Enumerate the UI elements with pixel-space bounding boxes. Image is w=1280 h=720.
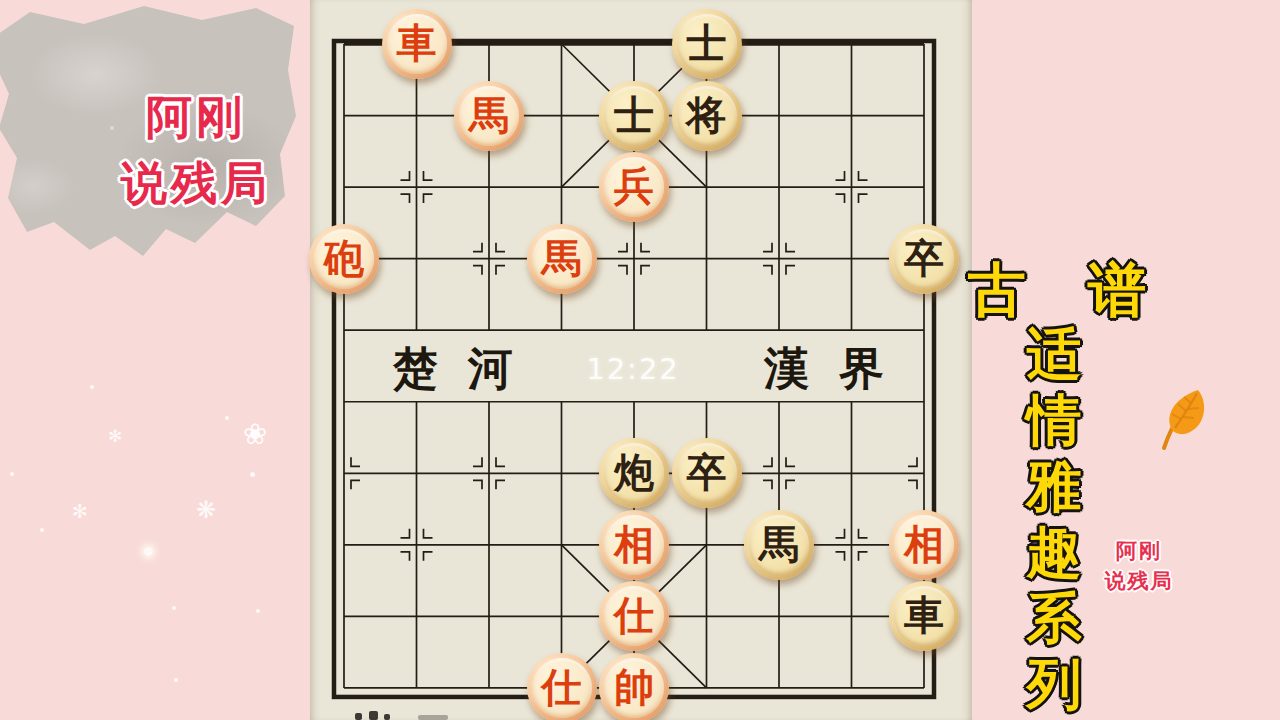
series-title-vchar: 情 <box>1027 388 1082 453</box>
watermark-line1: 阿刚 <box>1096 536 1182 566</box>
series-title-vchar: 适 <box>1027 322 1082 387</box>
piece-black-馬-f6r7[interactable]: 馬 <box>744 510 814 580</box>
piece-glyph: 馬 <box>527 224 597 294</box>
series-title-vchar: 系 <box>1027 586 1082 651</box>
piece-glyph: 仕 <box>599 581 669 651</box>
piece-red-仕-f4r8[interactable]: 仕 <box>599 581 669 651</box>
piece-glyph: 馬 <box>744 510 814 580</box>
snowflake-icon: ❋ <box>196 496 216 524</box>
piece-glyph: 兵 <box>599 152 669 222</box>
cutoff-caption-mark <box>384 714 390 720</box>
cutoff-caption-mark <box>369 711 378 720</box>
sparkle-dot <box>40 528 44 532</box>
piece-red-兵-f4r2[interactable]: 兵 <box>599 152 669 222</box>
channel-badge-line1: 阿刚 <box>28 84 364 150</box>
series-title-vchar: 雅 <box>1027 454 1082 519</box>
piece-black-士-f5r0[interactable]: 士 <box>672 9 742 79</box>
piece-red-馬-f3r3[interactable]: 馬 <box>527 224 597 294</box>
piece-glyph: 車 <box>889 581 959 651</box>
piece-glyph: 卒 <box>672 438 742 508</box>
piece-glyph: 士 <box>599 81 669 151</box>
snowflake-icon: ✻ <box>72 500 88 523</box>
piece-glyph: 相 <box>889 510 959 580</box>
series-title-char-gu: 古 <box>968 258 1026 322</box>
sparkle-dot <box>250 472 255 477</box>
series-title-vchar: 列 <box>1027 652 1082 717</box>
flower-sparkle-icon: ❀ <box>243 417 267 451</box>
piece-red-相-f4r7[interactable]: 相 <box>599 510 669 580</box>
series-title-vertical: 适 情 雅 趣 系 列 <box>1021 322 1087 717</box>
piece-glyph: 炮 <box>599 438 669 508</box>
cutoff-caption-mark <box>355 713 362 720</box>
series-title-char-pu: 谱 <box>1088 258 1146 322</box>
sparkle-dot <box>10 472 14 476</box>
piece-black-車-f8r8[interactable]: 車 <box>889 581 959 651</box>
sparkle-dot <box>90 385 94 389</box>
channel-badge-text: 阿刚 说残局 <box>28 84 364 216</box>
piece-glyph: 仕 <box>527 653 597 720</box>
piece-glyph: 車 <box>382 9 452 79</box>
sparkle-dot <box>256 609 260 613</box>
piece-black-将-f5r1[interactable]: 将 <box>672 81 742 151</box>
sparkle-dot <box>172 606 176 610</box>
piece-glyph: 士 <box>672 9 742 79</box>
piece-glyph: 砲 <box>309 224 379 294</box>
series-title-vchar: 趣 <box>1027 520 1082 585</box>
piece-black-士-f4r1[interactable]: 士 <box>599 81 669 151</box>
river-label-han-jie: 漢界 <box>764 344 914 394</box>
piece-black-卒-f5r6[interactable]: 卒 <box>672 438 742 508</box>
piece-red-砲-f0r3[interactable]: 砲 <box>309 224 379 294</box>
autumn-leaf-icon <box>1150 386 1216 456</box>
sparkle-dot <box>225 416 229 420</box>
piece-glyph: 相 <box>599 510 669 580</box>
sparkle-dot <box>174 678 178 682</box>
piece-red-車-f1r0[interactable]: 車 <box>382 9 452 79</box>
piece-black-卒-f8r3[interactable]: 卒 <box>889 224 959 294</box>
piece-glyph: 帥 <box>599 653 669 720</box>
piece-glyph: 将 <box>672 81 742 151</box>
channel-badge-line2: 说残局 <box>28 150 364 216</box>
piece-red-相-f8r7[interactable]: 相 <box>889 510 959 580</box>
screenshot-stage: 楚河 漢界 12:22 車士馬士将兵砲馬卒炮卒相馬相仕車仕帥 阿刚 说残局 古 … <box>0 0 1280 720</box>
watermark-text: 阿刚 说残局 <box>1096 536 1182 596</box>
piece-red-帥-f4r9[interactable]: 帥 <box>599 653 669 720</box>
cutoff-caption-mark <box>418 715 448 720</box>
watermark-line2: 说残局 <box>1096 566 1182 596</box>
river-label-chu-he: 楚河 <box>393 344 543 394</box>
piece-glyph: 卒 <box>889 224 959 294</box>
piece-red-馬-f2r1[interactable]: 馬 <box>454 81 524 151</box>
sparkle-dot <box>144 547 153 556</box>
piece-red-仕-f3r9[interactable]: 仕 <box>527 653 597 720</box>
game-timer: 12:22 <box>563 352 703 386</box>
snowflake-icon: ✻ <box>108 426 122 447</box>
piece-glyph: 馬 <box>454 81 524 151</box>
piece-black-炮-f4r6[interactable]: 炮 <box>599 438 669 508</box>
